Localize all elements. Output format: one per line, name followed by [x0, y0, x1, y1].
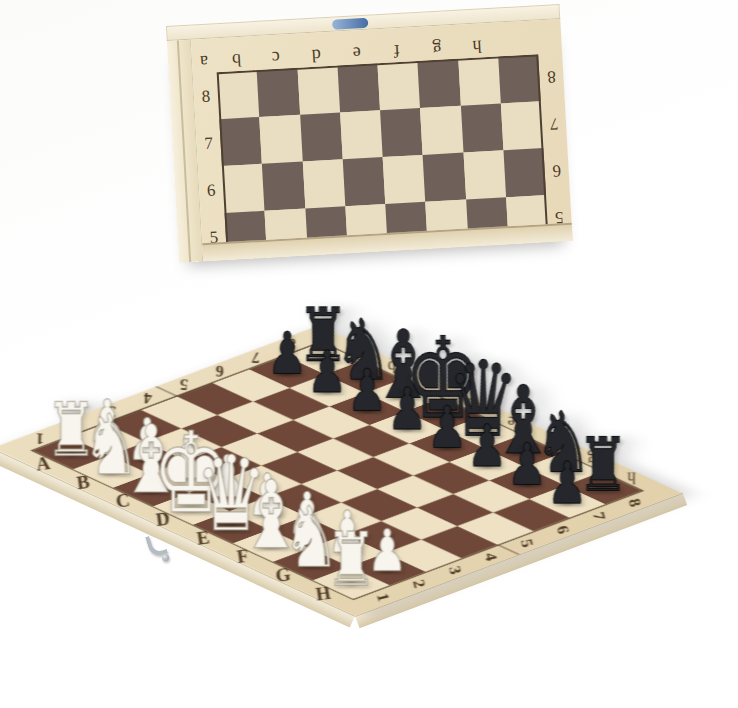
box-square-b7: [259, 115, 302, 164]
box-rank-label-left-8: 8: [193, 72, 220, 120]
box-square-e6: [383, 155, 426, 204]
board-squares: ♜♞♝♚♛♝♞♜♟♟♟♟♟♟♟♟♟♟♟♟♟♟♟♟♜♞♝♚♛♝♞♜: [33, 343, 641, 599]
box-file-label-c: c: [272, 46, 281, 67]
box-rank-label-left-7: 7: [195, 119, 222, 167]
box-square-f7: [420, 106, 463, 155]
box-square-g6: [463, 150, 506, 199]
box-square-e8: [377, 61, 420, 110]
rank-label-right-2-text: 2: [409, 578, 428, 590]
box-front: abcdefgh 88776655: [167, 19, 573, 263]
chess-board: ABCDEFGH abcdefgh 12345678 12345678 ♜♞♝♚…: [0, 325, 682, 616]
box-square-h6: [503, 148, 546, 197]
box-square-a5: [225, 211, 268, 244]
box-file-label-d: d: [311, 44, 321, 65]
box-rank-label-left-5: 5: [201, 213, 228, 243]
rank-label-right-3-text: 3: [445, 564, 464, 576]
box-square-c6: [302, 159, 345, 208]
box-square-a8: [217, 70, 260, 119]
piece-black-pawn-h7[interactable]: ♟: [547, 454, 588, 512]
box-side-groove: [177, 40, 191, 262]
box-square-e7: [380, 108, 423, 157]
box-square-h7: [501, 101, 544, 150]
chess-box-closed: abcdefgh 88776655: [166, 4, 573, 263]
box-print-area: abcdefgh 88776655: [191, 19, 573, 261]
box-square-h8: [498, 54, 541, 103]
box-square-d7: [340, 110, 383, 159]
piece-black-pawn-g7[interactable]: ♟: [507, 436, 548, 494]
clasp-screw: [162, 554, 169, 561]
box-square-c7: [300, 112, 343, 161]
rank-label-right-6-text: 6: [553, 524, 572, 536]
box-square-b6: [262, 162, 305, 211]
box-rank-label-right-8: 8: [538, 53, 565, 101]
box-rank-label-right-7: 7: [541, 100, 568, 148]
box-square-f6: [423, 153, 466, 202]
piece-black-pawn-c7[interactable]: ♟: [347, 362, 388, 420]
box-file-label-e: e: [352, 42, 361, 63]
piece-black-pawn-e7[interactable]: ♟: [427, 399, 468, 457]
box-square-g7: [460, 103, 503, 152]
box-square-b8: [257, 68, 300, 117]
box-file-label-g: g: [432, 37, 442, 58]
piece-black-pawn-a7[interactable]: ♟: [267, 325, 308, 383]
piece-white-rook-h1[interactable]: ♜: [325, 522, 377, 596]
box-square-a6: [222, 164, 265, 213]
box-file-label-h: h: [472, 35, 482, 56]
clasp-hook: [146, 532, 172, 566]
piece-black-pawn-d7[interactable]: ♟: [387, 380, 428, 438]
box-square-f8: [418, 59, 461, 108]
box-square-c8: [297, 66, 340, 115]
box-square-g8: [458, 57, 501, 106]
rank-label-right-4-text: 4: [481, 551, 500, 563]
brand-sticker: [332, 18, 369, 30]
product-photo-stage: abcdefgh 88776655 ABCDEFGH abcdefgh 1234…: [0, 0, 738, 708]
rank-label-right-5-text: 5: [517, 537, 536, 549]
box-file-label-f: f: [393, 40, 400, 61]
box-rank-label-left-6: 6: [198, 166, 225, 214]
box-file-label-a: a: [199, 50, 208, 71]
box-file-label-b: b: [231, 48, 241, 69]
box-square-d8: [337, 63, 380, 112]
box-square-d6: [342, 157, 385, 206]
rank-label-right-7-text: 7: [589, 510, 608, 522]
piece-black-pawn-f7[interactable]: ♟: [467, 417, 508, 475]
piece-black-pawn-b7[interactable]: ♟: [307, 343, 348, 401]
box-board-print: 88776655: [193, 53, 572, 243]
box-square-a7: [219, 117, 262, 166]
box-rank-label-right-6: 6: [543, 147, 570, 195]
